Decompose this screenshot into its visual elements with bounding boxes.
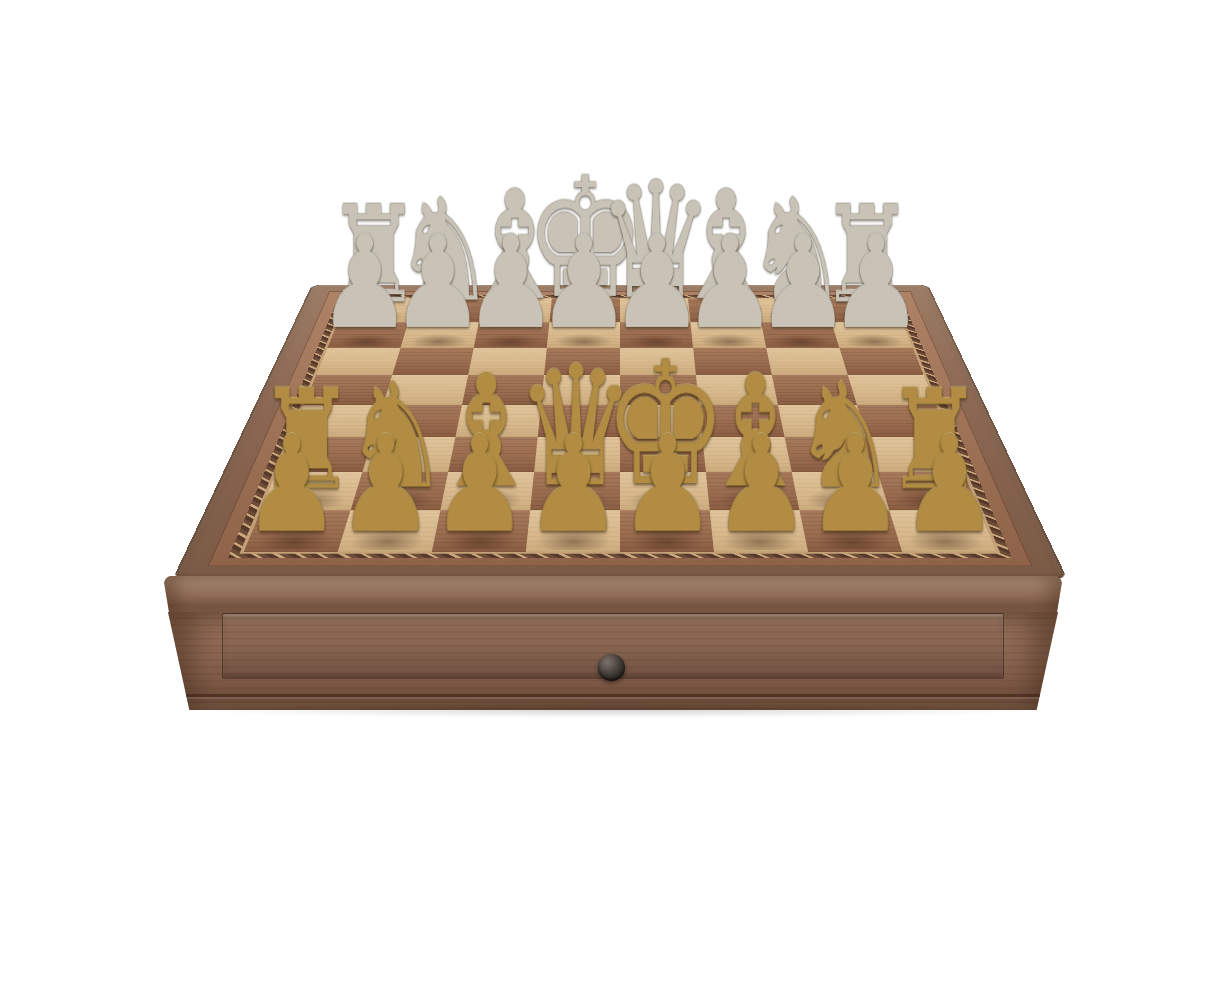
square-g1: ♟ bbox=[800, 510, 903, 552]
piece-gold-pawn: ♟ bbox=[242, 418, 340, 551]
chest-body bbox=[168, 612, 1058, 710]
product-photo-chess-set: ♜♞♝♚♛♝♞♜♟♟♟♟♟♟♟♟♜♞♝♛♚♝♞♜♟♟♟♟♟♟♟♟ bbox=[0, 0, 1226, 1000]
chest-top-molding bbox=[163, 576, 1063, 614]
square-e1: ♟ bbox=[620, 510, 714, 552]
piece-gold-pawn: ♟ bbox=[430, 418, 528, 551]
piece-gold-pawn: ♟ bbox=[712, 418, 810, 551]
piece-gold-pawn: ♟ bbox=[336, 418, 434, 551]
piece-gold-pawn: ♟ bbox=[618, 418, 716, 551]
square-c1: ♟ bbox=[432, 510, 530, 552]
board-3d-plane: ♜♞♝♚♛♝♞♜♟♟♟♟♟♟♟♟♜♞♝♛♚♝♞♜♟♟♟♟♟♟♟♟ bbox=[172, 285, 1068, 580]
square-a1: ♟ bbox=[244, 510, 351, 552]
board-border-margin: ♜♞♝♚♛♝♞♜♟♟♟♟♟♟♟♟♜♞♝♛♚♝♞♜♟♟♟♟♟♟♟♟ bbox=[208, 291, 1033, 566]
square-h1: ♟ bbox=[889, 510, 996, 552]
piece-gold-pawn: ♟ bbox=[806, 418, 904, 551]
square-f1: ♟ bbox=[710, 510, 808, 552]
square-h7: ♟ bbox=[832, 322, 913, 348]
mosaic-inlay-border: ♜♞♝♚♛♝♞♜♟♟♟♟♟♟♟♟♜♞♝♛♚♝♞♜♟♟♟♟♟♟♟♟ bbox=[228, 295, 1012, 558]
piece-silver-pawn: ♟ bbox=[829, 219, 923, 347]
chest-base-molding bbox=[177, 694, 1049, 697]
piece-gold-pawn: ♟ bbox=[524, 418, 622, 551]
board-frame: ♜♞♝♚♛♝♞♜♟♟♟♟♟♟♟♟♜♞♝♛♚♝♞♜♟♟♟♟♟♟♟♟ bbox=[172, 285, 1068, 580]
drawer-knob bbox=[598, 654, 625, 681]
chess-board-grid: ♜♞♝♚♛♝♞♜♟♟♟♟♟♟♟♟♜♞♝♛♚♝♞♜♟♟♟♟♟♟♟♟ bbox=[244, 299, 997, 552]
ground-shadow bbox=[195, 702, 1035, 718]
storage-drawer bbox=[222, 613, 1004, 679]
square-d1: ♟ bbox=[526, 510, 620, 552]
maple-fillet-line: ♜♞♝♚♛♝♞♜♟♟♟♟♟♟♟♟♜♞♝♛♚♝♞♜♟♟♟♟♟♟♟♟ bbox=[239, 298, 1000, 554]
square-b1: ♟ bbox=[338, 510, 441, 552]
piece-gold-pawn: ♟ bbox=[900, 418, 998, 551]
